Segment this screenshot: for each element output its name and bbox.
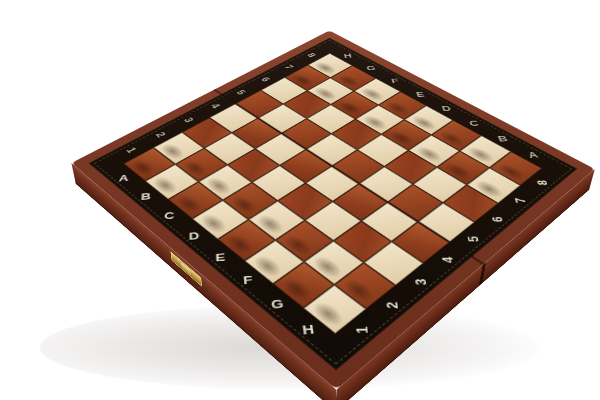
black-pawn-glyph: ♟ <box>384 111 412 140</box>
product-photo-stage: AHBGCFDEEDFCGBHA8877665544332211♜♞♝♛♚♝♞♜… <box>0 0 600 400</box>
chess-board: AHBGCFDEEDFCGBHA8877665544332211♜♞♝♛♚♝♞♜… <box>71 31 594 390</box>
white-rook-glyph: ♜ <box>300 270 346 317</box>
black-pawn-glyph: ♟ <box>411 127 440 157</box>
black-pawn-glyph: ♟ <box>357 96 385 125</box>
black-pawn-glyph: ♟ <box>440 143 470 174</box>
black-pawn-glyph: ♟ <box>309 68 336 95</box>
fold-seam-notch <box>479 262 486 285</box>
brass-latch <box>170 251 202 287</box>
brass-latch-plate <box>181 261 192 276</box>
photo-scene: AHBGCFDEEDFCGBHA8877665544332211♜♞♝♛♚♝♞♜… <box>0 0 600 400</box>
black-pawn-glyph: ♟ <box>333 82 360 110</box>
black-pawn-glyph: ♟ <box>470 160 501 191</box>
